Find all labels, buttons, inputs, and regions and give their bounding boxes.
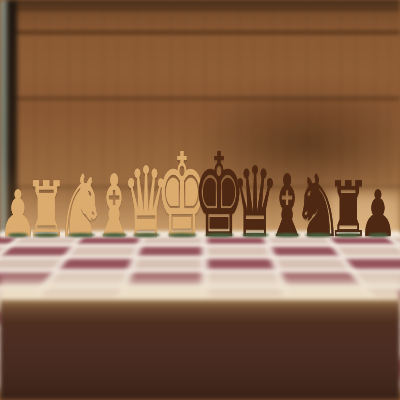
felt-base-white-bishop <box>102 233 127 237</box>
felt-base-black-knight <box>305 233 332 237</box>
piece-lineup: ♟♜♞♝♛♚♚♛♝♞♜♟ <box>0 0 400 400</box>
felt-base-black-pawn <box>368 233 389 237</box>
felt-base-black-king <box>205 233 234 237</box>
chess-set-photo: ♟♜♞♝♛♚♚♛♝♞♜♟ <box>0 0 400 400</box>
felt-base-white-pawn <box>8 233 28 237</box>
felt-base-black-bishop <box>275 233 300 237</box>
felt-base-black-rook <box>336 233 361 237</box>
felt-base-white-queen <box>133 233 160 237</box>
felt-base-white-knight <box>68 233 95 237</box>
felt-base-white-king <box>168 233 197 237</box>
felt-base-black-queen <box>242 233 269 237</box>
felt-base-white-rook <box>34 233 59 237</box>
